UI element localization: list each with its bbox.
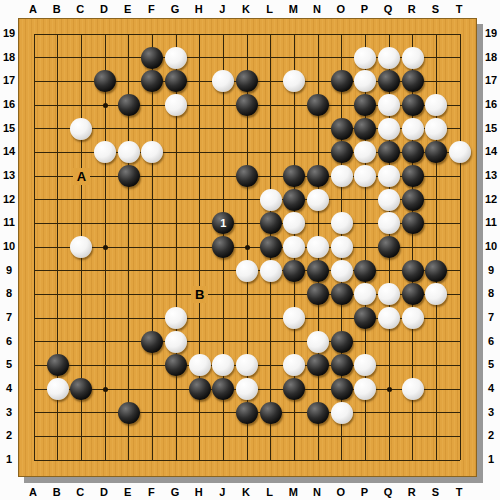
white-stone-H5 bbox=[189, 354, 211, 376]
row-label-right-17: 17 bbox=[485, 74, 497, 86]
row-label-left-5: 5 bbox=[6, 358, 12, 370]
row-label-right-4: 4 bbox=[488, 382, 494, 394]
black-stone-S9 bbox=[425, 260, 447, 282]
row-label-left-2: 2 bbox=[6, 429, 12, 441]
row-label-left-13: 13 bbox=[3, 169, 15, 181]
white-stone-O10 bbox=[331, 236, 353, 258]
black-stone-H4 bbox=[189, 378, 211, 400]
row-label-left-14: 14 bbox=[3, 145, 15, 157]
black-stone-L11 bbox=[260, 212, 282, 234]
star-point-D16 bbox=[103, 103, 108, 108]
white-stone-Q18 bbox=[378, 47, 400, 69]
col-label-bottom-M: M bbox=[289, 486, 298, 498]
star-point-D10 bbox=[103, 245, 108, 250]
white-stone-G6 bbox=[165, 331, 187, 353]
black-stone-L3 bbox=[260, 402, 282, 424]
col-label-top-J: J bbox=[219, 3, 225, 15]
col-label-bottom-O: O bbox=[336, 486, 345, 498]
row-label-left-9: 9 bbox=[6, 264, 12, 276]
black-stone-K3 bbox=[236, 402, 258, 424]
black-stone-E16 bbox=[118, 94, 140, 116]
col-label-bottom-R: R bbox=[408, 486, 416, 498]
move-number-label: 1 bbox=[220, 218, 226, 229]
white-stone-G7 bbox=[165, 307, 187, 329]
black-stone-R13 bbox=[402, 165, 424, 187]
black-stone-O15 bbox=[331, 118, 353, 140]
row-label-right-8: 8 bbox=[488, 287, 494, 299]
white-stone-Q7 bbox=[378, 307, 400, 329]
white-stone-R4 bbox=[402, 378, 424, 400]
col-label-bottom-L: L bbox=[266, 486, 273, 498]
star-point-Q4 bbox=[387, 387, 392, 392]
row-label-left-4: 4 bbox=[6, 382, 12, 394]
white-stone-O3 bbox=[331, 402, 353, 424]
col-label-bottom-P: P bbox=[361, 486, 368, 498]
black-stone-R12 bbox=[402, 189, 424, 211]
black-stone-O8 bbox=[331, 283, 353, 305]
row-label-right-2: 2 bbox=[488, 429, 494, 441]
black-stone-F6 bbox=[141, 331, 163, 353]
row-label-left-19: 19 bbox=[3, 27, 15, 39]
black-stone-B5 bbox=[47, 354, 69, 376]
col-label-bottom-J: J bbox=[219, 486, 225, 498]
row-label-left-8: 8 bbox=[6, 287, 12, 299]
black-stone-M12 bbox=[283, 189, 305, 211]
row-label-left-6: 6 bbox=[6, 335, 12, 347]
white-stone-L12 bbox=[260, 189, 282, 211]
col-label-top-R: R bbox=[408, 3, 416, 15]
row-label-right-12: 12 bbox=[485, 193, 497, 205]
black-stone-O5 bbox=[331, 354, 353, 376]
black-stone-E13 bbox=[118, 165, 140, 187]
white-stone-N10 bbox=[307, 236, 329, 258]
col-label-bottom-F: F bbox=[148, 486, 155, 498]
col-label-bottom-G: G bbox=[171, 486, 180, 498]
col-label-top-E: E bbox=[124, 3, 131, 15]
white-stone-Q13 bbox=[378, 165, 400, 187]
white-stone-Q16 bbox=[378, 94, 400, 116]
row-label-left-12: 12 bbox=[3, 193, 15, 205]
black-stone-O4 bbox=[331, 378, 353, 400]
row-label-right-1: 1 bbox=[488, 453, 494, 465]
black-stone-P15 bbox=[354, 118, 376, 140]
black-stone-K13 bbox=[236, 165, 258, 187]
black-stone-R11 bbox=[402, 212, 424, 234]
white-stone-G16 bbox=[165, 94, 187, 116]
white-stone-B4 bbox=[47, 378, 69, 400]
row-label-right-5: 5 bbox=[488, 358, 494, 370]
col-label-top-A: A bbox=[29, 3, 37, 15]
row-label-right-6: 6 bbox=[488, 335, 494, 347]
black-stone-R17 bbox=[402, 70, 424, 92]
col-label-bottom-T: T bbox=[456, 486, 463, 498]
col-label-top-N: N bbox=[313, 3, 321, 15]
col-label-top-G: G bbox=[171, 3, 180, 15]
black-stone-R14 bbox=[402, 141, 424, 163]
col-label-bottom-H: H bbox=[195, 486, 203, 498]
row-label-right-19: 19 bbox=[485, 27, 497, 39]
row-label-right-7: 7 bbox=[488, 311, 494, 323]
black-stone-O17 bbox=[331, 70, 353, 92]
white-stone-K9 bbox=[236, 260, 258, 282]
col-label-bottom-Q: Q bbox=[384, 486, 393, 498]
col-label-top-C: C bbox=[76, 3, 84, 15]
black-stone-R8 bbox=[402, 283, 424, 305]
row-label-right-14: 14 bbox=[485, 145, 497, 157]
black-stone-Q10 bbox=[378, 236, 400, 258]
black-stone-F18 bbox=[141, 47, 163, 69]
black-stone-L10 bbox=[260, 236, 282, 258]
row-label-right-3: 3 bbox=[488, 406, 494, 418]
row-label-left-7: 7 bbox=[6, 311, 12, 323]
row-label-right-16: 16 bbox=[485, 98, 497, 110]
white-stone-O9 bbox=[331, 260, 353, 282]
white-stone-N12 bbox=[307, 189, 329, 211]
row-label-right-10: 10 bbox=[485, 240, 497, 252]
black-stone-E3 bbox=[118, 402, 140, 424]
black-stone-N3 bbox=[307, 402, 329, 424]
black-stone-M9 bbox=[283, 260, 305, 282]
white-stone-R7 bbox=[402, 307, 424, 329]
star-point-D4 bbox=[103, 387, 108, 392]
col-label-top-H: H bbox=[195, 3, 203, 15]
row-label-right-13: 13 bbox=[485, 169, 497, 181]
white-stone-C15 bbox=[70, 118, 92, 140]
black-stone-R16 bbox=[402, 94, 424, 116]
col-label-bottom-E: E bbox=[124, 486, 131, 498]
white-stone-O11 bbox=[331, 212, 353, 234]
black-stone-R9 bbox=[402, 260, 424, 282]
white-stone-L9 bbox=[260, 260, 282, 282]
col-label-top-O: O bbox=[336, 3, 345, 15]
black-stone-N9 bbox=[307, 260, 329, 282]
row-label-left-15: 15 bbox=[3, 122, 15, 134]
col-label-bottom-S: S bbox=[432, 486, 439, 498]
col-label-top-S: S bbox=[432, 3, 439, 15]
col-label-top-D: D bbox=[100, 3, 108, 15]
white-stone-N6 bbox=[307, 331, 329, 353]
row-label-left-17: 17 bbox=[3, 74, 15, 86]
black-stone-N13 bbox=[307, 165, 329, 187]
black-stone-P9 bbox=[354, 260, 376, 282]
col-label-bottom-K: K bbox=[242, 486, 250, 498]
col-label-top-K: K bbox=[242, 3, 250, 15]
row-label-right-15: 15 bbox=[485, 122, 497, 134]
white-stone-P18 bbox=[354, 47, 376, 69]
white-stone-O13 bbox=[331, 165, 353, 187]
col-label-bottom-B: B bbox=[53, 486, 61, 498]
row-label-right-9: 9 bbox=[488, 264, 494, 276]
row-label-left-11: 11 bbox=[3, 216, 15, 228]
white-stone-R18 bbox=[402, 47, 424, 69]
row-label-left-16: 16 bbox=[3, 98, 15, 110]
black-stone-O14 bbox=[331, 141, 353, 163]
board-letter-B: B bbox=[191, 286, 208, 303]
black-stone-N16 bbox=[307, 94, 329, 116]
board-letter-A: A bbox=[73, 168, 90, 185]
col-label-top-P: P bbox=[361, 3, 368, 15]
white-stone-R15 bbox=[402, 118, 424, 140]
col-label-top-B: B bbox=[53, 3, 61, 15]
col-label-top-L: L bbox=[266, 3, 273, 15]
white-stone-Q12 bbox=[378, 189, 400, 211]
black-stone-K16 bbox=[236, 94, 258, 116]
row-label-left-18: 18 bbox=[3, 51, 15, 63]
row-label-left-10: 10 bbox=[3, 240, 15, 252]
col-label-top-T: T bbox=[456, 3, 463, 15]
col-label-bottom-A: A bbox=[29, 486, 37, 498]
white-stone-K4 bbox=[236, 378, 258, 400]
white-stone-E14 bbox=[118, 141, 140, 163]
go-board[interactable]: 1AB bbox=[18, 18, 477, 477]
col-label-top-Q: Q bbox=[384, 3, 393, 15]
col-label-bottom-C: C bbox=[76, 486, 84, 498]
row-label-left-3: 3 bbox=[6, 406, 12, 418]
row-label-left-1: 1 bbox=[6, 453, 12, 465]
row-label-right-11: 11 bbox=[485, 216, 497, 228]
star-point-K10 bbox=[245, 245, 250, 250]
col-label-top-F: F bbox=[148, 3, 155, 15]
go-board-page: 1AB AABBCCDDEEFFGGHHJJKKLLMMNNOOPPQQRRSS… bbox=[0, 0, 500, 500]
col-label-bottom-N: N bbox=[313, 486, 321, 498]
row-label-right-18: 18 bbox=[485, 51, 497, 63]
white-stone-Q15 bbox=[378, 118, 400, 140]
black-stone-O6 bbox=[331, 331, 353, 353]
col-label-top-M: M bbox=[289, 3, 298, 15]
white-stone-S15 bbox=[425, 118, 447, 140]
white-stone-G18 bbox=[165, 47, 187, 69]
col-label-bottom-D: D bbox=[100, 486, 108, 498]
